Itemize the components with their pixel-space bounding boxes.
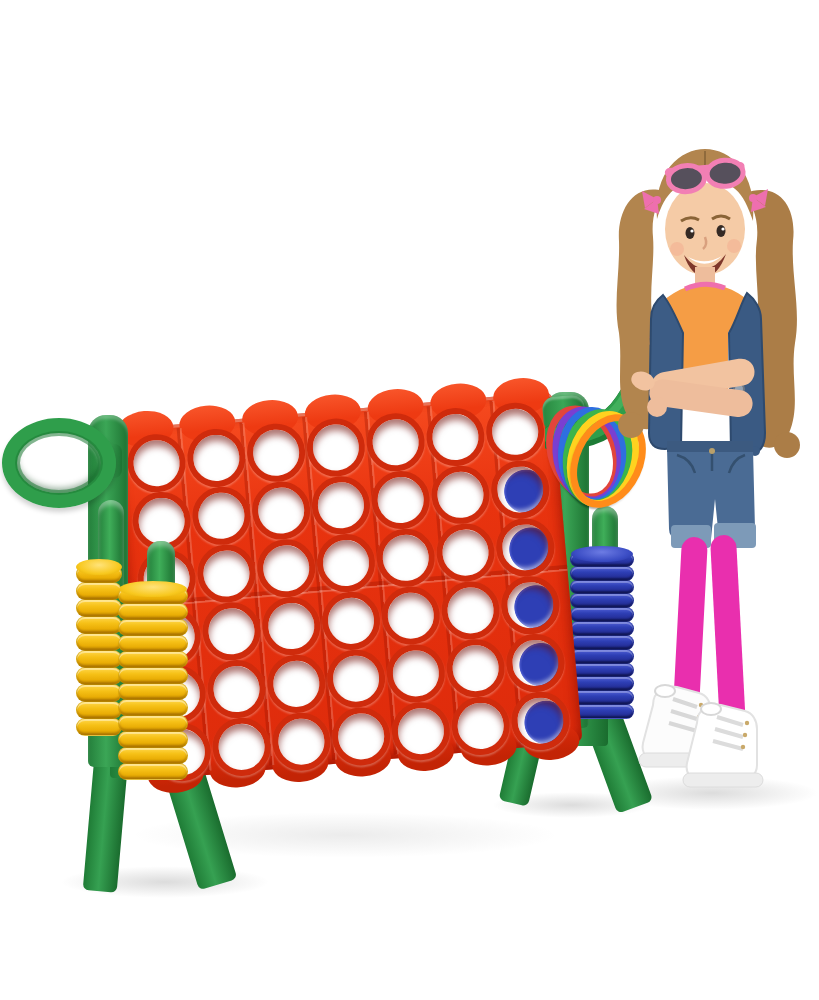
board-cell-r5c5 xyxy=(383,642,448,705)
eye-glint xyxy=(721,227,724,230)
board-cell-r2c2 xyxy=(189,484,254,547)
board-cell-r4c6 xyxy=(438,579,503,642)
board-hole xyxy=(364,411,427,474)
game-disc-yellow xyxy=(118,667,188,684)
board-cell-r1c2 xyxy=(184,426,249,489)
cheek-left xyxy=(670,242,684,256)
game-disc-yellow xyxy=(118,651,188,668)
board-hole xyxy=(499,574,562,637)
board-hole xyxy=(315,532,378,595)
board-cell-r1c5 xyxy=(363,411,428,474)
game-disc-yellow xyxy=(118,731,188,748)
board-cell-r6c6 xyxy=(448,694,513,757)
board-hole xyxy=(320,589,383,652)
board-hole xyxy=(444,637,507,700)
board-cell-r1c6 xyxy=(423,406,488,469)
board-hole xyxy=(205,658,268,721)
eye-left xyxy=(686,227,695,239)
game-disc-yellow xyxy=(76,684,122,702)
board-cell-r4c7 xyxy=(498,574,563,637)
board-hole xyxy=(494,516,557,579)
board-cell-r5c6 xyxy=(443,637,508,700)
board-hole xyxy=(265,652,328,715)
game-disc-yellow xyxy=(118,619,188,636)
game-disc-yellow xyxy=(76,633,122,651)
board-hole xyxy=(489,458,552,521)
board-hole xyxy=(210,715,273,778)
board-hole xyxy=(509,689,572,752)
board-hole xyxy=(185,427,248,490)
board-hole xyxy=(424,406,487,469)
game-disc-yellow xyxy=(76,701,122,719)
board-cell-r5c4 xyxy=(324,647,389,710)
board-hole xyxy=(260,595,323,658)
board-cell-r3c2 xyxy=(194,542,259,605)
game-disc-yellow xyxy=(118,587,188,604)
game-disc-yellow xyxy=(76,565,122,583)
board-cell-r2c6 xyxy=(428,463,493,526)
product-photo-scene xyxy=(0,0,819,1000)
board-hole xyxy=(390,700,453,763)
board-hole xyxy=(200,600,263,663)
board-cell-r3c6 xyxy=(433,521,498,584)
pigtail-right-curl xyxy=(774,432,800,458)
child-figure xyxy=(593,133,817,809)
board-cell-r2c7 xyxy=(488,458,553,521)
eye-right xyxy=(717,225,726,237)
board-cell-r2c5 xyxy=(368,469,433,532)
board-hole xyxy=(190,484,253,547)
board-cell-r3c4 xyxy=(314,532,379,595)
board-cell-r3c5 xyxy=(373,526,438,589)
board-hole xyxy=(125,432,188,495)
board-hole xyxy=(504,632,567,695)
game-disc-yellow xyxy=(76,650,122,668)
board-cell-r6c5 xyxy=(389,700,454,763)
board-hole-grid xyxy=(124,400,572,771)
hand-left xyxy=(647,397,667,417)
game-disc-yellow xyxy=(76,718,122,736)
game-disc-yellow xyxy=(118,763,188,780)
board-hole xyxy=(369,469,432,532)
board-cell-r2c3 xyxy=(249,479,314,542)
denim-shorts xyxy=(667,441,756,548)
game-disc-yellow xyxy=(118,715,188,732)
board-cell-r1c4 xyxy=(303,416,368,479)
board-hole xyxy=(245,421,308,484)
board-hole xyxy=(429,463,492,526)
board-hole xyxy=(384,642,447,705)
board-hole xyxy=(379,584,442,647)
board-hole xyxy=(255,537,318,600)
board-hole xyxy=(374,526,437,589)
board-hole xyxy=(310,474,373,537)
game-disc-yellow xyxy=(118,747,188,764)
board-hole xyxy=(304,416,367,479)
board-cell-r6c7 xyxy=(508,689,573,752)
game-disc-yellow xyxy=(118,603,188,620)
board-cell-r4c2 xyxy=(199,600,264,663)
board-hole xyxy=(250,479,313,542)
board-cell-r2c4 xyxy=(309,474,374,537)
board-hole xyxy=(439,579,502,642)
eye-glint xyxy=(690,229,693,232)
ring-toss-hoop xyxy=(2,418,116,508)
board-hole xyxy=(330,705,393,768)
board-hole xyxy=(270,710,333,773)
board-cell-r6c4 xyxy=(329,705,394,768)
board-cell-r6c3 xyxy=(269,710,334,773)
board-hole xyxy=(434,521,497,584)
game-disc-yellow xyxy=(76,582,122,600)
board-cell-r4c3 xyxy=(259,595,324,658)
board-cell-r1c3 xyxy=(244,421,309,484)
board-cell-r3c3 xyxy=(254,537,319,600)
yellow-disc-stack-front xyxy=(118,588,188,780)
board-cell-r5c2 xyxy=(204,658,269,721)
game-disc-yellow xyxy=(118,635,188,652)
board-hole xyxy=(484,400,547,463)
board-cell-r1c1 xyxy=(124,432,189,495)
game-disc-yellow xyxy=(118,699,188,716)
face xyxy=(665,183,745,275)
board-cell-r5c7 xyxy=(503,631,568,694)
cheek-right xyxy=(727,239,741,253)
board-cell-r5c3 xyxy=(264,652,329,715)
hoop-inner-lip xyxy=(15,431,103,495)
board-cell-r3c7 xyxy=(493,516,558,579)
yellow-disc-stack-rear xyxy=(76,566,122,736)
game-disc-yellow xyxy=(118,683,188,700)
board-cell-r6c2 xyxy=(209,715,274,778)
pigtail-left-curl xyxy=(618,412,644,438)
game-disc-yellow xyxy=(76,616,122,634)
board-hole xyxy=(325,647,388,710)
board-cell-r4c5 xyxy=(378,584,443,647)
board-hole xyxy=(449,695,512,758)
game-disc-yellow xyxy=(76,599,122,617)
board-hole xyxy=(195,542,258,605)
board-cell-r4c4 xyxy=(319,589,384,652)
pink-tights-right xyxy=(710,534,746,723)
board-cell-r1c7 xyxy=(483,400,548,463)
game-disc-yellow xyxy=(76,667,122,685)
